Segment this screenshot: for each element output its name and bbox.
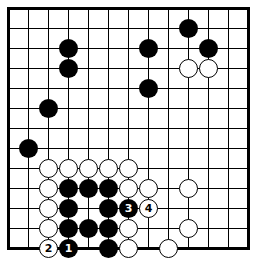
black-stone	[79, 179, 98, 198]
board-edge-line	[247, 7, 250, 250]
go-board[interactable]: 3421	[0, 0, 260, 260]
black-stone	[59, 59, 78, 78]
board-line-vertical	[228, 7, 229, 250]
black-stone	[99, 179, 118, 198]
white-stone	[99, 159, 118, 178]
black-stone	[179, 19, 198, 38]
white-stone	[199, 59, 218, 78]
black-stone	[139, 79, 158, 98]
black-stone	[39, 99, 58, 118]
white-stone	[179, 59, 198, 78]
black-stone	[59, 179, 78, 198]
black-stone	[99, 199, 118, 218]
black-stone-move-3: 3	[119, 199, 138, 218]
black-stone	[199, 39, 218, 58]
white-stone	[159, 239, 178, 258]
black-stone	[79, 219, 98, 238]
go-diagram: 3421	[0, 0, 260, 260]
board-line-vertical	[168, 7, 169, 250]
white-stone	[79, 159, 98, 178]
black-stone-move-1: 1	[59, 239, 78, 258]
board-line-vertical	[188, 7, 189, 250]
black-stone	[59, 199, 78, 218]
black-stone	[99, 239, 118, 258]
white-stone	[39, 159, 58, 178]
black-stone	[59, 39, 78, 58]
black-stone	[99, 219, 118, 238]
board-line-horizontal	[7, 148, 250, 149]
white-stone	[179, 179, 198, 198]
white-stone	[59, 159, 78, 178]
white-stone	[119, 179, 138, 198]
black-stone	[59, 219, 78, 238]
white-stone	[39, 199, 58, 218]
white-stone-move-4: 4	[139, 199, 158, 218]
white-stone	[39, 179, 58, 198]
white-stone	[179, 219, 198, 238]
white-stone	[39, 219, 58, 238]
white-stone-move-2: 2	[39, 239, 58, 258]
white-stone	[119, 219, 138, 238]
white-stone	[139, 179, 158, 198]
white-stone	[119, 239, 138, 258]
black-stone	[139, 39, 158, 58]
white-stone	[119, 159, 138, 178]
black-stone	[19, 139, 38, 158]
